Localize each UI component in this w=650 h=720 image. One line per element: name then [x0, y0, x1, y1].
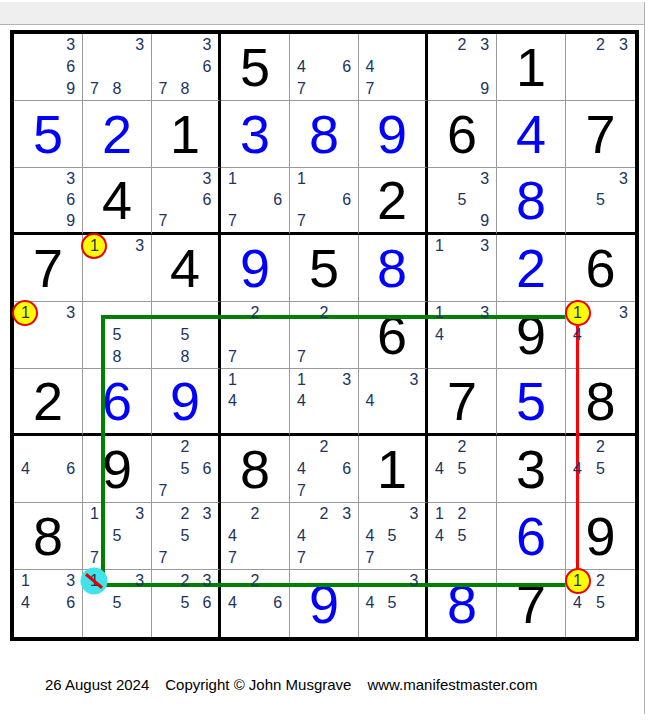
candidate-slot-7: 7 — [83, 547, 106, 569]
cell-r1c3[interactable]: 3678 — [152, 34, 221, 101]
candidate-slot-7 — [566, 346, 589, 368]
candidate-slot-5 — [451, 324, 474, 346]
candidate-4: 4 — [228, 594, 237, 612]
candidate-grid: 135 — [83, 570, 151, 637]
candidate-slot-1: 1 — [428, 235, 451, 257]
candidate-slot-2 — [37, 570, 60, 592]
candidate-slot-8 — [313, 211, 336, 232]
candidate-slot-9 — [612, 480, 635, 502]
candidate-3: 3 — [619, 304, 628, 322]
candidate-slot-8 — [381, 78, 403, 100]
candidate-slot-9: 9 — [473, 211, 496, 232]
candidate-slot-8 — [589, 346, 612, 368]
candidate-7: 7 — [297, 482, 306, 500]
candidate-slot-4: 4 — [359, 592, 381, 614]
candidate-3: 3 — [66, 36, 75, 54]
candidate-slot-5 — [313, 525, 336, 547]
candidate-3: 3 — [203, 572, 212, 590]
cell-r8c3[interactable]: 2357 — [152, 503, 221, 570]
candidate-grid: 2467 — [290, 436, 358, 502]
candidate-slot-6 — [266, 390, 289, 411]
candidate-slot-9 — [128, 615, 151, 637]
cell-r5c4[interactable]: 27 — [221, 302, 290, 369]
candidate-slot-1 — [359, 34, 381, 56]
candidate-slot-5: 5 — [451, 189, 474, 210]
candidate-slot-4 — [566, 56, 589, 78]
candidate-slot-4 — [428, 56, 451, 78]
candidate-slot-3 — [403, 34, 425, 56]
candidate-slot-2: 2 — [313, 503, 336, 525]
candidate-slot-3: 3 — [612, 34, 635, 56]
candidate-2: 2 — [320, 438, 329, 456]
candidate-slot-4: 4 — [566, 592, 589, 614]
candidate-3: 3 — [410, 505, 419, 523]
candidate-slot-6 — [473, 257, 496, 279]
candidate-slot-5 — [37, 56, 60, 78]
candidate-grid: 1346 — [14, 570, 82, 637]
candidate-slot-6 — [403, 525, 425, 547]
candidate-5: 5 — [596, 191, 605, 209]
candidate-slot-3 — [473, 436, 496, 458]
candidate-slot-1: 1 — [566, 570, 589, 592]
candidate-1: 1 — [297, 371, 306, 389]
cell-r3c5[interactable]: 167 — [290, 168, 359, 235]
candidate-slot-4 — [152, 56, 174, 78]
candidate-slot-7 — [566, 615, 589, 637]
candidate-6: 6 — [203, 460, 212, 478]
cell-r3c3[interactable]: 367 — [152, 168, 221, 235]
cell-r4c7[interactable]: 13 — [428, 235, 497, 302]
candidate-slot-6 — [128, 324, 151, 346]
candidate-slot-2 — [451, 168, 474, 189]
candidate-slot-7 — [566, 78, 589, 100]
candidate-slot-8 — [106, 547, 129, 569]
candidate-slot-1 — [221, 302, 244, 324]
candidate-slot-9 — [128, 279, 151, 301]
candidate-slot-1 — [566, 436, 589, 458]
candidate-slot-6 — [196, 324, 218, 346]
candidate-slot-1 — [83, 302, 106, 324]
candidate-slot-5 — [37, 458, 60, 480]
candidate-9: 9 — [480, 80, 489, 98]
candidate-grid: 345 — [359, 570, 425, 637]
cell-r7c1[interactable]: 46 — [14, 436, 83, 503]
candidate-3: 3 — [619, 36, 628, 54]
candidate-slot-6: 6 — [196, 592, 218, 614]
candidate-7: 7 — [297, 549, 306, 567]
candidate-4: 4 — [228, 527, 237, 545]
candidate-grid: 3457 — [359, 503, 425, 569]
candidate-slot-5 — [313, 56, 336, 78]
candidate-slot-8 — [244, 615, 267, 637]
candidate-slot-6 — [473, 458, 496, 480]
cell-r5c2[interactable]: 58 — [83, 302, 152, 369]
candidate-slot-7 — [14, 346, 37, 368]
candidate-grid: 369 — [14, 168, 82, 232]
candidate-slot-1: 1 — [14, 302, 37, 324]
candidate-5: 5 — [458, 191, 467, 209]
candidate-slot-7 — [290, 412, 313, 433]
candidate-slot-9 — [403, 615, 425, 637]
candidate-slot-3: 3 — [612, 302, 635, 324]
candidate-slot-5 — [313, 390, 336, 411]
candidate-slot-3 — [335, 34, 358, 56]
candidate-slot-2 — [106, 302, 129, 324]
candidate-slot-9 — [335, 78, 358, 100]
candidate-slot-9 — [403, 78, 425, 100]
candidate-slot-2 — [381, 503, 403, 525]
candidate-slot-9 — [403, 547, 425, 569]
candidate-grid: 1245 — [428, 503, 496, 569]
candidate-slot-8 — [589, 78, 612, 100]
candidate-slot-7 — [14, 615, 37, 637]
candidate-slot-7: 7 — [290, 78, 313, 100]
candidate-slot-5 — [37, 592, 60, 614]
candidate-slot-4 — [152, 458, 174, 480]
candidate-7: 7 — [159, 482, 168, 500]
candidate-3: 3 — [410, 572, 419, 590]
candidate-slot-7: 7 — [152, 78, 174, 100]
cell-r5c9[interactable]: 134 — [566, 302, 635, 369]
candidate-5: 5 — [113, 527, 122, 545]
candidate-slot-6 — [335, 525, 358, 547]
cell-r9c1[interactable]: 1346 — [14, 570, 83, 637]
cell-r3c4[interactable]: 167 — [221, 168, 290, 235]
cell-r5c7[interactable]: 134 — [428, 302, 497, 369]
candidate-slot-8 — [244, 211, 267, 232]
candidate-slot-3: 3 — [196, 503, 218, 525]
candidate-slot-5: 5 — [174, 592, 196, 614]
candidate-slot-6: 6 — [196, 458, 218, 480]
candidate-3: 3 — [203, 170, 212, 188]
candidate-slot-8 — [451, 78, 474, 100]
candidate-6: 6 — [342, 460, 351, 478]
candidate-2: 2 — [458, 438, 467, 456]
candidate-2: 2 — [458, 505, 467, 523]
candidate-slot-2 — [451, 235, 474, 257]
candidate-slot-1: 1 — [14, 570, 37, 592]
cell-r1c2[interactable]: 378 — [83, 34, 152, 101]
candidate-slot-6 — [403, 56, 425, 78]
cell-r1c1[interactable]: 369 — [14, 34, 83, 101]
candidate-slot-5 — [244, 592, 267, 614]
candidate-6: 6 — [342, 191, 351, 209]
candidate-slot-5: 5 — [589, 592, 612, 614]
candidate-slot-8 — [451, 346, 474, 368]
candidate-slot-3 — [266, 503, 289, 525]
candidate-6: 6 — [66, 460, 75, 478]
candidate-5: 5 — [181, 326, 190, 344]
candidate-slot-5 — [244, 390, 267, 411]
candidate-slot-7 — [221, 615, 244, 637]
candidate-slot-2 — [313, 34, 336, 56]
candidate-slot-9 — [196, 346, 218, 368]
candidate-slot-3 — [612, 436, 635, 458]
candidate-5: 5 — [388, 527, 397, 545]
candidate-slot-5: 5 — [589, 458, 612, 480]
cell-r8c6[interactable]: 3457 — [359, 503, 428, 570]
candidate-slot-1 — [290, 503, 313, 525]
candidate-slot-8 — [37, 78, 60, 100]
candidate-2: 2 — [251, 572, 260, 590]
candidate-grid: 13 — [428, 235, 496, 301]
candidate-slot-8 — [451, 480, 474, 502]
candidate-slot-3: 3 — [59, 302, 82, 324]
candidate-slot-7: 7 — [152, 480, 174, 502]
candidate-slot-7: 7 — [221, 211, 244, 232]
candidate-slot-8 — [589, 480, 612, 502]
candidate-slot-9 — [403, 412, 425, 433]
candidate-slot-1 — [428, 34, 451, 56]
cell-r9c2[interactable]: 135 — [83, 570, 152, 637]
candidate-5: 5 — [596, 594, 605, 612]
candidate-slot-1: 1 — [83, 235, 106, 257]
candidate-4: 4 — [297, 460, 306, 478]
candidate-slot-9 — [59, 480, 82, 502]
candidate-slot-4: 4 — [428, 458, 451, 480]
candidate-slot-8 — [313, 547, 336, 569]
candidate-slot-3: 3 — [196, 34, 218, 56]
cell-r9c9[interactable]: 1245 — [566, 570, 635, 637]
candidate-slot-4 — [428, 257, 451, 279]
candidate-slot-7 — [428, 279, 451, 301]
cell-r6c5[interactable]: 134 — [290, 369, 359, 436]
candidate-grid: 378 — [83, 34, 151, 100]
candidate-slot-3: 3 — [128, 34, 151, 56]
candidate-slot-6 — [266, 324, 289, 346]
candidate-slot-5 — [313, 324, 336, 346]
candidate-slot-2: 2 — [589, 436, 612, 458]
candidate-slot-4 — [221, 189, 244, 210]
candidate-slot-5 — [106, 257, 129, 279]
candidate-slot-3 — [59, 436, 82, 458]
candidate-slot-9 — [128, 346, 151, 368]
candidate-slot-8 — [106, 615, 129, 637]
cell-r8c5[interactable]: 2347 — [290, 503, 359, 570]
cell-r3c1[interactable]: 369 — [14, 168, 83, 235]
candidate-slot-7: 7 — [290, 547, 313, 569]
candidate-slot-2: 2 — [174, 503, 196, 525]
cell-r6c4[interactable]: 14 — [221, 369, 290, 436]
candidate-grid: 27 — [290, 302, 358, 368]
candidate-slot-2: 2 — [174, 436, 196, 458]
sudoku-board: 3693783678546747239123521389647369436716… — [10, 30, 639, 641]
candidate-slot-2 — [451, 302, 474, 324]
candidate-slot-3: 3 — [403, 369, 425, 390]
cell-r5c3[interactable]: 58 — [152, 302, 221, 369]
candidate-slot-9 — [196, 547, 218, 569]
candidate-slot-9 — [335, 547, 358, 569]
candidate-slot-6: 6 — [59, 592, 82, 614]
candidate-grid: 3678 — [152, 34, 218, 100]
candidate-slot-3 — [266, 302, 289, 324]
candidate-slot-4: 4 — [566, 324, 589, 346]
candidate-4: 4 — [573, 460, 582, 478]
candidate-slot-9 — [473, 279, 496, 301]
candidate-slot-9 — [196, 615, 218, 637]
candidate-1: 1 — [21, 304, 30, 322]
cell-r7c7[interactable]: 245 — [428, 436, 497, 503]
candidate-slot-2 — [381, 369, 403, 390]
candidate-slot-1 — [359, 369, 381, 390]
candidate-2: 2 — [181, 438, 190, 456]
candidate-1: 1 — [297, 170, 306, 188]
candidate-slot-3 — [266, 168, 289, 189]
cell-r1c7[interactable]: 239 — [428, 34, 497, 101]
candidate-2: 2 — [320, 304, 329, 322]
candidate-slot-2 — [37, 168, 60, 189]
cell-r5c1[interactable]: 13 — [14, 302, 83, 369]
cell-r8c7[interactable]: 1245 — [428, 503, 497, 570]
candidate-slot-3 — [196, 436, 218, 458]
candidate-slot-6: 6 — [335, 189, 358, 210]
candidate-9: 9 — [66, 212, 75, 230]
candidate-grid: 1245 — [566, 570, 635, 637]
cell-r8c4[interactable]: 247 — [221, 503, 290, 570]
candidate-slot-4 — [83, 324, 106, 346]
candidate-slot-2 — [106, 570, 129, 592]
candidate-grid: 2347 — [290, 503, 358, 569]
candidate-3: 3 — [480, 170, 489, 188]
candidate-slot-8: 8 — [174, 346, 196, 368]
candidate-slot-3 — [612, 570, 635, 592]
candidate-slot-3: 3 — [128, 235, 151, 257]
candidate-grid: 367 — [152, 168, 218, 232]
cell-r8c2[interactable]: 1357 — [83, 503, 152, 570]
candidate-4: 4 — [435, 326, 444, 344]
candidate-4: 4 — [366, 392, 375, 410]
cell-r5c5[interactable]: 27 — [290, 302, 359, 369]
cell-r9c6[interactable]: 345 — [359, 570, 428, 637]
cell-r1c6[interactable]: 47 — [359, 34, 428, 101]
cell-r1c5[interactable]: 467 — [290, 34, 359, 101]
candidate-3: 3 — [480, 304, 489, 322]
candidate-slot-2: 2 — [244, 570, 267, 592]
candidate-slot-9 — [266, 615, 289, 637]
candidate-slot-1: 1 — [428, 302, 451, 324]
candidate-slot-7 — [14, 78, 37, 100]
candidate-slot-4: 4 — [290, 525, 313, 547]
candidate-slot-2: 2 — [451, 34, 474, 56]
candidate-1: 1 — [21, 572, 30, 590]
candidate-slot-5 — [381, 56, 403, 78]
candidate-slot-5: 5 — [589, 189, 612, 210]
candidate-slot-2: 2 — [244, 302, 267, 324]
candidate-slot-4 — [290, 189, 313, 210]
cell-r3c7[interactable]: 359 — [428, 168, 497, 235]
candidate-grid: 134 — [290, 369, 358, 433]
candidate-slot-3 — [335, 436, 358, 458]
candidate-grid: 47 — [359, 34, 425, 100]
window-chrome-strip — [0, 2, 644, 25]
candidate-slot-9 — [473, 547, 496, 569]
cell-r7c5[interactable]: 2467 — [290, 436, 359, 503]
candidate-2: 2 — [596, 36, 605, 54]
candidate-slot-6 — [335, 390, 358, 411]
candidate-grid: 58 — [152, 302, 218, 368]
candidate-slot-3: 3 — [59, 168, 82, 189]
candidate-grid: 13 — [14, 302, 82, 368]
candidate-slot-8 — [313, 346, 336, 368]
footer-copyright: Copyright © John Musgrave — [165, 676, 351, 693]
cell-r3c9[interactable]: 35 — [566, 168, 635, 235]
candidate-grid: 35 — [566, 168, 635, 232]
candidate-slot-1 — [290, 34, 313, 56]
candidate-3: 3 — [66, 170, 75, 188]
candidate-2: 2 — [320, 505, 329, 523]
candidate-3: 3 — [480, 237, 489, 255]
cell-r9c3[interactable]: 2356 — [152, 570, 221, 637]
candidate-5: 5 — [388, 594, 397, 612]
candidate-3: 3 — [203, 36, 212, 54]
candidate-slot-1 — [152, 570, 174, 592]
candidate-slot-5 — [381, 390, 403, 411]
candidate-slot-1 — [221, 570, 244, 592]
cell-r7c9[interactable]: 245 — [566, 436, 635, 503]
candidate-slot-1 — [152, 168, 174, 189]
candidate-slot-4 — [221, 324, 244, 346]
cell-r7c3[interactable]: 2567 — [152, 436, 221, 503]
candidate-slot-1 — [428, 436, 451, 458]
candidate-slot-1 — [83, 34, 106, 56]
candidate-slot-9 — [59, 615, 82, 637]
candidate-slot-9: 9 — [59, 78, 82, 100]
candidate-slot-2: 2 — [451, 436, 474, 458]
cell-r6c6[interactable]: 34 — [359, 369, 428, 436]
candidate-slot-2 — [106, 503, 129, 525]
candidate-slot-2 — [37, 34, 60, 56]
candidate-1: 1 — [228, 371, 237, 389]
candidate-slot-6: 6 — [196, 189, 218, 210]
candidate-3: 3 — [66, 304, 75, 322]
candidate-slot-8 — [381, 412, 403, 433]
candidate-slot-2 — [381, 34, 403, 56]
candidate-7: 7 — [90, 80, 99, 98]
candidate-slot-7: 7 — [290, 211, 313, 232]
candidate-slot-4: 4 — [221, 592, 244, 614]
candidate-slot-7 — [152, 615, 174, 637]
cell-r9c4[interactable]: 246 — [221, 570, 290, 637]
candidate-3: 3 — [135, 237, 144, 255]
candidate-slot-9 — [335, 346, 358, 368]
candidate-slot-9 — [266, 547, 289, 569]
cell-r4c2[interactable]: 13 — [83, 235, 152, 302]
candidate-slot-6 — [266, 525, 289, 547]
candidate-slot-9 — [196, 211, 218, 232]
candidate-6: 6 — [66, 594, 75, 612]
candidate-slot-4 — [14, 324, 37, 346]
candidate-grid: 2356 — [152, 570, 218, 637]
footer: 26 August 2024 Copyright © John Musgrave… — [45, 676, 537, 693]
candidate-slot-5: 5 — [174, 525, 196, 547]
candidate-5: 5 — [113, 326, 122, 344]
candidate-slot-5 — [106, 56, 129, 78]
candidate-2: 2 — [596, 572, 605, 590]
candidate-slot-1 — [14, 436, 37, 458]
candidate-slot-1: 1 — [221, 168, 244, 189]
candidate-slot-4: 4 — [359, 390, 381, 411]
candidate-2: 2 — [181, 572, 190, 590]
candidate-slot-7 — [83, 346, 106, 368]
candidate-slot-1 — [152, 302, 174, 324]
candidate-slot-3 — [128, 302, 151, 324]
candidate-grid: 245 — [566, 436, 635, 502]
candidate-slot-5 — [244, 525, 267, 547]
candidate-slot-8 — [174, 211, 196, 232]
cell-r1c9[interactable]: 23 — [566, 34, 635, 101]
candidate-3: 3 — [342, 505, 351, 523]
candidate-slot-9 — [335, 480, 358, 502]
